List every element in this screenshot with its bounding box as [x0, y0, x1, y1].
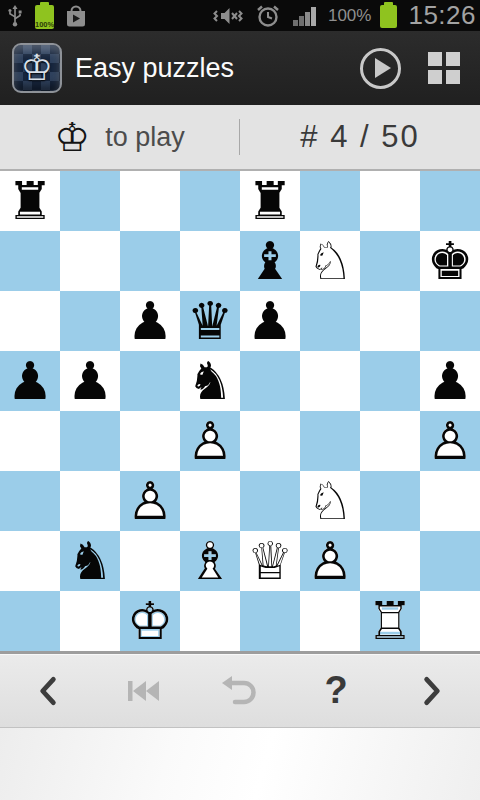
bottom-toolbar: ? — [0, 654, 480, 728]
square-f6[interactable] — [300, 291, 360, 351]
square-e2[interactable]: ♛♕ — [240, 531, 300, 591]
square-d8[interactable] — [180, 171, 240, 231]
square-a6[interactable] — [0, 291, 60, 351]
square-a7[interactable] — [0, 231, 60, 291]
square-e8[interactable]: ♜ — [240, 171, 300, 231]
black-pawn: ♟ — [60, 351, 120, 411]
undo-move-button[interactable] — [192, 674, 288, 708]
square-c2[interactable] — [120, 531, 180, 591]
square-b6[interactable] — [60, 291, 120, 351]
white-pawn: ♟♙ — [180, 411, 240, 471]
square-h1[interactable] — [420, 591, 480, 651]
white-knight: ♞♘ — [300, 471, 360, 531]
white-pawn: ♟♙ — [300, 531, 360, 591]
square-a5[interactable]: ♟ — [0, 351, 60, 411]
white-knight: ♞♘ — [300, 231, 360, 291]
square-f5[interactable] — [300, 351, 360, 411]
square-h4[interactable]: ♟♙ — [420, 411, 480, 471]
square-f3[interactable]: ♞♘ — [300, 471, 360, 531]
black-pawn: ♟ — [120, 291, 180, 351]
square-e1[interactable] — [240, 591, 300, 651]
square-c1[interactable]: ♚♔ — [120, 591, 180, 651]
square-d5[interactable]: ♞ — [180, 351, 240, 411]
white-king-icon: ♔ — [54, 105, 90, 169]
white-pawn: ♟♙ — [120, 471, 180, 531]
to-play-label: to play — [105, 122, 185, 153]
battery-charge-label: 100% — [35, 20, 54, 29]
square-d6[interactable]: ♛ — [180, 291, 240, 351]
white-bishop: ♝♗ — [180, 531, 240, 591]
signal-strength-icon — [291, 4, 319, 28]
square-c8[interactable] — [120, 171, 180, 231]
square-h5[interactable]: ♟ — [420, 351, 480, 411]
square-f8[interactable] — [300, 171, 360, 231]
chess-board[interactable]: ♜♜♝♞♘♚♟♛♟♟♟♞♟♟♙♟♙♟♙♞♘♞♝♗♛♕♟♙♚♔♜♖ — [0, 171, 480, 651]
white-pawn: ♟♙ — [420, 411, 480, 471]
page-title: Easy puzzles — [75, 53, 347, 84]
square-c7[interactable] — [120, 231, 180, 291]
square-c6[interactable]: ♟ — [120, 291, 180, 351]
square-a4[interactable] — [0, 411, 60, 471]
square-b1[interactable] — [60, 591, 120, 651]
white-king: ♚♔ — [120, 591, 180, 651]
black-pawn: ♟ — [420, 351, 480, 411]
phone-screen: 100% — [0, 0, 480, 800]
usb-icon — [4, 3, 26, 29]
square-c3[interactable]: ♟♙ — [120, 471, 180, 531]
square-d1[interactable] — [180, 591, 240, 651]
square-b5[interactable]: ♟ — [60, 351, 120, 411]
alarm-icon — [254, 3, 282, 29]
square-g2[interactable] — [360, 531, 420, 591]
square-g1[interactable]: ♜♖ — [360, 591, 420, 651]
side-to-move: ♔ to play — [0, 105, 239, 169]
square-e6[interactable]: ♟ — [240, 291, 300, 351]
square-a2[interactable] — [0, 531, 60, 591]
square-a8[interactable]: ♜ — [0, 171, 60, 231]
hint-button[interactable]: ? — [288, 669, 384, 712]
battery-charge-icon: 100% — [35, 5, 54, 29]
square-b8[interactable] — [60, 171, 120, 231]
square-e3[interactable] — [240, 471, 300, 531]
question-mark-icon: ? — [324, 669, 347, 712]
battery-percent-text: 100% — [328, 6, 371, 26]
black-rook: ♜ — [0, 171, 60, 231]
ad-placeholder — [0, 728, 480, 800]
square-d2[interactable]: ♝♗ — [180, 531, 240, 591]
clock-text: 15:26 — [408, 0, 476, 31]
app-bar: ♔ Easy puzzles — [0, 31, 480, 105]
black-knight: ♞ — [60, 531, 120, 591]
square-b7[interactable] — [60, 231, 120, 291]
status-bar: 100% — [0, 0, 480, 31]
square-b3[interactable] — [60, 471, 120, 531]
square-f7[interactable]: ♞♘ — [300, 231, 360, 291]
square-g6[interactable] — [360, 291, 420, 351]
square-h6[interactable] — [420, 291, 480, 351]
puzzle-counter: # 4 / 50 — [300, 119, 419, 155]
square-g7[interactable] — [360, 231, 420, 291]
square-d7[interactable] — [180, 231, 240, 291]
square-h2[interactable] — [420, 531, 480, 591]
square-g4[interactable] — [360, 411, 420, 471]
info-bar: ♔ to play # 4 / 50 — [0, 105, 480, 171]
prev-puzzle-button[interactable] — [0, 675, 96, 707]
app-icon-king-glyph: ♔ — [21, 43, 53, 93]
vibrate-mute-icon — [211, 3, 245, 29]
square-d3[interactable] — [180, 471, 240, 531]
black-pawn: ♟ — [240, 291, 300, 351]
white-rook: ♜♖ — [360, 591, 420, 651]
black-pawn: ♟ — [0, 351, 60, 411]
app-icon[interactable]: ♔ — [12, 43, 62, 93]
square-c5[interactable] — [120, 351, 180, 411]
square-e5[interactable] — [240, 351, 300, 411]
square-h7[interactable]: ♚ — [420, 231, 480, 291]
black-bishop: ♝ — [240, 231, 300, 291]
square-f4[interactable] — [300, 411, 360, 471]
rewind-to-start-button[interactable] — [96, 677, 192, 705]
square-b2[interactable]: ♞ — [60, 531, 120, 591]
white-queen: ♛♕ — [240, 531, 300, 591]
play-button[interactable] — [360, 48, 401, 89]
menu-grid-button[interactable] — [428, 52, 460, 84]
square-h3[interactable] — [420, 471, 480, 531]
square-e4[interactable] — [240, 411, 300, 471]
square-e7[interactable]: ♝ — [240, 231, 300, 291]
square-g5[interactable] — [360, 351, 420, 411]
square-d4[interactable]: ♟♙ — [180, 411, 240, 471]
square-g8[interactable] — [360, 171, 420, 231]
square-h8[interactable] — [420, 171, 480, 231]
black-king: ♚ — [420, 231, 480, 291]
black-rook: ♜ — [240, 171, 300, 231]
square-g3[interactable] — [360, 471, 420, 531]
square-c4[interactable] — [120, 411, 180, 471]
play-store-icon — [63, 3, 89, 29]
black-knight: ♞ — [180, 351, 240, 411]
play-icon — [375, 58, 391, 78]
square-f1[interactable] — [300, 591, 360, 651]
battery-icon — [380, 5, 397, 28]
black-queen: ♛ — [180, 291, 240, 351]
next-puzzle-button[interactable] — [384, 675, 480, 707]
square-a3[interactable] — [0, 471, 60, 531]
square-f2[interactable]: ♟♙ — [300, 531, 360, 591]
square-b4[interactable] — [60, 411, 120, 471]
square-a1[interactable] — [0, 591, 60, 651]
